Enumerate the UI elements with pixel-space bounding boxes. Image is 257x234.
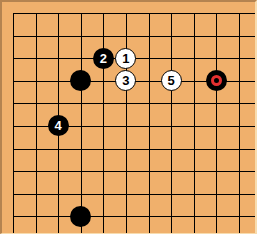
- intersection: [182, 205, 205, 228]
- intersection: [47, 69, 70, 92]
- move-number: 2: [100, 51, 107, 64]
- intersection: [92, 69, 115, 92]
- intersection: [47, 205, 70, 228]
- intersection: [24, 24, 47, 47]
- intersection: [47, 2, 70, 25]
- intersection: [228, 92, 251, 115]
- move-number: 5: [168, 74, 175, 87]
- intersection: [47, 182, 70, 205]
- intersection: [24, 205, 47, 228]
- intersection: 5: [160, 69, 183, 92]
- intersection: [24, 47, 47, 70]
- intersection: [69, 2, 92, 25]
- intersection: [115, 24, 138, 47]
- intersection: [92, 24, 115, 47]
- intersection: [69, 69, 92, 92]
- stone-black: [70, 70, 91, 91]
- intersection: [205, 2, 228, 25]
- intersection: [69, 92, 92, 115]
- intersection: [24, 115, 47, 138]
- intersection: [115, 2, 138, 25]
- intersection: [115, 182, 138, 205]
- intersection: [2, 115, 25, 138]
- intersection: [137, 115, 160, 138]
- intersection: [228, 182, 251, 205]
- intersection: [137, 24, 160, 47]
- intersection: [69, 160, 92, 183]
- intersection: [69, 182, 92, 205]
- intersection: [137, 92, 160, 115]
- intersection: [205, 160, 228, 183]
- intersection: [182, 69, 205, 92]
- intersection: [137, 205, 160, 228]
- stone-white-move-1: 1: [115, 48, 136, 69]
- intersection: [92, 137, 115, 160]
- intersection: [47, 24, 70, 47]
- stone-black: [70, 206, 91, 227]
- intersection: [228, 24, 251, 47]
- intersection: [137, 160, 160, 183]
- intersection: [115, 205, 138, 228]
- intersection: [2, 137, 25, 160]
- move-number: 3: [122, 74, 129, 87]
- intersection: [160, 2, 183, 25]
- intersection: [47, 160, 70, 183]
- intersection: [160, 160, 183, 183]
- intersection: [115, 160, 138, 183]
- intersection: [69, 115, 92, 138]
- intersection: [2, 2, 25, 25]
- circle-marker-icon: [211, 75, 222, 86]
- intersection: [160, 47, 183, 70]
- intersection: [24, 182, 47, 205]
- intersection: [2, 92, 25, 115]
- intersection: [228, 2, 251, 25]
- stone-black-move-4: 4: [48, 115, 69, 136]
- intersection: [182, 92, 205, 115]
- intersection: [69, 24, 92, 47]
- intersection: 3: [115, 69, 138, 92]
- intersection: [182, 24, 205, 47]
- intersection: [92, 160, 115, 183]
- stone-black-move-2: 2: [93, 48, 114, 69]
- stone-white-move-3: 3: [115, 70, 136, 91]
- intersection: [137, 137, 160, 160]
- intersection: [2, 47, 25, 70]
- intersection: [137, 182, 160, 205]
- intersection: [205, 137, 228, 160]
- intersection: [47, 137, 70, 160]
- intersection: [228, 47, 251, 70]
- intersection: [205, 47, 228, 70]
- intersection: [115, 115, 138, 138]
- intersection: [92, 205, 115, 228]
- intersection: [24, 69, 47, 92]
- intersection: [228, 205, 251, 228]
- move-number: 1: [122, 51, 129, 64]
- intersection: [205, 92, 228, 115]
- intersection: [182, 160, 205, 183]
- intersection: [24, 92, 47, 115]
- intersection: [228, 69, 251, 92]
- intersection: [92, 115, 115, 138]
- intersection: [182, 47, 205, 70]
- intersection: [182, 182, 205, 205]
- intersection: [182, 115, 205, 138]
- intersection: [92, 2, 115, 25]
- intersection: [2, 24, 25, 47]
- intersection: 4: [47, 115, 70, 138]
- intersection: [160, 92, 183, 115]
- intersection: [2, 205, 25, 228]
- intersection: [228, 160, 251, 183]
- stone-black-marked: [206, 70, 227, 91]
- intersection: [24, 2, 47, 25]
- intersection: [92, 92, 115, 115]
- intersection: [228, 137, 251, 160]
- intersection: [205, 115, 228, 138]
- intersection: [205, 69, 228, 92]
- intersection: [137, 47, 160, 70]
- stones-grid: 21354: [2, 2, 251, 228]
- intersection: [2, 182, 25, 205]
- intersection: [160, 137, 183, 160]
- intersection: [69, 205, 92, 228]
- intersection: [24, 160, 47, 183]
- intersection: [2, 69, 25, 92]
- intersection: [92, 182, 115, 205]
- intersection: [160, 115, 183, 138]
- intersection: [160, 205, 183, 228]
- intersection: [69, 137, 92, 160]
- intersection: [160, 182, 183, 205]
- intersection: [115, 92, 138, 115]
- intersection: [2, 160, 25, 183]
- intersection: [228, 115, 251, 138]
- stone-white-move-5: 5: [161, 70, 182, 91]
- intersection: [182, 137, 205, 160]
- intersection: [115, 137, 138, 160]
- intersection: [182, 2, 205, 25]
- intersection: [24, 137, 47, 160]
- intersection: [205, 24, 228, 47]
- intersection: [205, 182, 228, 205]
- intersection: 1: [115, 47, 138, 70]
- intersection: 2: [92, 47, 115, 70]
- go-board-diagram: 21354: [0, 0, 257, 234]
- move-number: 4: [55, 119, 62, 132]
- intersection: [137, 69, 160, 92]
- intersection: [205, 205, 228, 228]
- intersection: [47, 47, 70, 70]
- intersection: [160, 24, 183, 47]
- intersection: [137, 2, 160, 25]
- intersection: [69, 47, 92, 70]
- intersection: [47, 92, 70, 115]
